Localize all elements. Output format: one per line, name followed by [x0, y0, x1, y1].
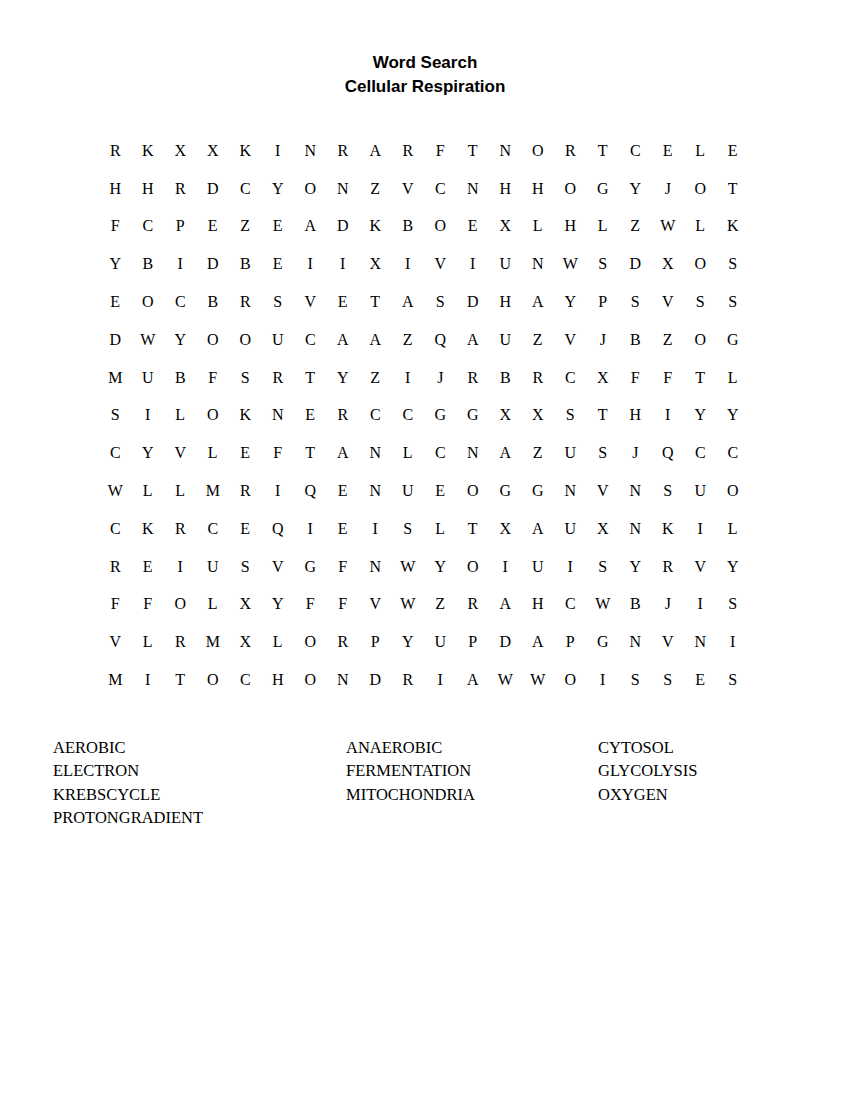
- grid-cell-r14c3: R: [164, 623, 197, 661]
- grid-cell-r8c15: S: [554, 397, 587, 435]
- grid-cell-r8c19: Y: [684, 397, 717, 435]
- grid-cell-r3c9: K: [359, 208, 392, 246]
- grid-cell-r10c3: L: [164, 472, 197, 510]
- grid-cell-r6c16: J: [587, 321, 620, 359]
- grid-cell-r9c13: A: [489, 434, 522, 472]
- grid-cell-r6c13: U: [489, 321, 522, 359]
- grid-cell-r8c6: N: [262, 397, 295, 435]
- grid-cell-r5c19: S: [684, 283, 717, 321]
- grid-cell-r12c10: W: [392, 548, 425, 586]
- grid-cell-r3c4: E: [197, 208, 230, 246]
- grid-cell-r4c13: U: [489, 245, 522, 283]
- grid-cell-r10c7: Q: [294, 472, 327, 510]
- grid-cell-r6c20: G: [717, 321, 750, 359]
- grid-cell-r1c12: T: [457, 132, 490, 170]
- grid-cell-r8c3: L: [164, 397, 197, 435]
- grid-cell-r1c6: I: [262, 132, 295, 170]
- grid-cell-r15c6: H: [262, 661, 295, 699]
- grid-cell-r5c14: A: [522, 283, 555, 321]
- grid-cell-r9c18: Q: [652, 434, 685, 472]
- grid-cell-r10c1: W: [99, 472, 132, 510]
- grid-cell-r11c8: E: [327, 510, 360, 548]
- grid-cell-r1c15: R: [554, 132, 587, 170]
- grid-cell-r12c19: V: [684, 548, 717, 586]
- grid-cell-r2c3: R: [164, 170, 197, 208]
- grid-cell-r3c13: X: [489, 208, 522, 246]
- grid-cell-r5c20: S: [717, 283, 750, 321]
- grid-cell-r15c18: S: [652, 661, 685, 699]
- grid-cell-r6c4: O: [197, 321, 230, 359]
- grid-cell-r2c9: Z: [359, 170, 392, 208]
- title-line-1: Word Search: [0, 51, 850, 75]
- grid-cell-r11c4: C: [197, 510, 230, 548]
- grid-cell-r8c10: C: [392, 397, 425, 435]
- grid-cell-r10c13: G: [489, 472, 522, 510]
- grid-cell-r14c18: V: [652, 623, 685, 661]
- grid-cell-r9c17: J: [619, 434, 652, 472]
- grid-cell-r1c17: C: [619, 132, 652, 170]
- grid-cell-r5c6: S: [262, 283, 295, 321]
- grid-cell-r7c3: B: [164, 359, 197, 397]
- grid-cell-r1c19: L: [684, 132, 717, 170]
- grid-cell-r5c4: B: [197, 283, 230, 321]
- grid-cell-r5c7: V: [294, 283, 327, 321]
- grid-cell-r10c17: N: [619, 472, 652, 510]
- grid-cell-r2c10: V: [392, 170, 425, 208]
- grid-cell-r10c10: U: [392, 472, 425, 510]
- grid-cell-r9c6: F: [262, 434, 295, 472]
- grid-cell-r14c11: U: [424, 623, 457, 661]
- grid-cell-r13c15: C: [554, 586, 587, 624]
- grid-cell-r14c20: I: [717, 623, 750, 661]
- grid-cell-r6c18: Z: [652, 321, 685, 359]
- grid-cell-r8c9: C: [359, 397, 392, 435]
- grid-cell-r12c3: I: [164, 548, 197, 586]
- grid-cell-r9c1: C: [99, 434, 132, 472]
- grid-cell-r9c20: C: [717, 434, 750, 472]
- grid-cell-r11c9: I: [359, 510, 392, 548]
- grid-cell-r7c16: X: [587, 359, 620, 397]
- grid-cell-r1c11: F: [424, 132, 457, 170]
- grid-cell-r1c8: R: [327, 132, 360, 170]
- grid-cell-r12c13: I: [489, 548, 522, 586]
- grid-cell-r9c11: C: [424, 434, 457, 472]
- grid-cell-r11c6: Q: [262, 510, 295, 548]
- grid-cell-r4c19: O: [684, 245, 717, 283]
- grid-cell-r2c18: J: [652, 170, 685, 208]
- word-list-item: ANAEROBIC: [346, 736, 475, 759]
- grid-cell-r1c18: E: [652, 132, 685, 170]
- grid-cell-r15c13: W: [489, 661, 522, 699]
- grid-cell-r13c16: W: [587, 586, 620, 624]
- grid-cell-r4c15: W: [554, 245, 587, 283]
- grid-cell-r9c8: A: [327, 434, 360, 472]
- grid-cell-r1c20: E: [717, 132, 750, 170]
- page-title: Word Search Cellular Respiration: [0, 51, 850, 99]
- grid-cell-r8c14: X: [522, 397, 555, 435]
- grid-cell-r8c8: R: [327, 397, 360, 435]
- grid-cell-r1c2: K: [132, 132, 165, 170]
- grid-cell-r12c14: U: [522, 548, 555, 586]
- grid-cell-r4c6: E: [262, 245, 295, 283]
- grid-cell-r13c3: O: [164, 586, 197, 624]
- grid-cell-r6c3: Y: [164, 321, 197, 359]
- grid-cell-r5c12: D: [457, 283, 490, 321]
- grid-cell-r1c7: N: [294, 132, 327, 170]
- grid-cell-r14c10: Y: [392, 623, 425, 661]
- grid-cell-r6c5: O: [229, 321, 262, 359]
- grid-cell-r4c2: B: [132, 245, 165, 283]
- grid-cell-r3c10: B: [392, 208, 425, 246]
- grid-cell-r11c17: N: [619, 510, 652, 548]
- grid-cell-r8c5: K: [229, 397, 262, 435]
- grid-cell-r7c1: M: [99, 359, 132, 397]
- grid-cell-r7c5: S: [229, 359, 262, 397]
- grid-cell-r15c10: R: [392, 661, 425, 699]
- grid-cell-r11c19: I: [684, 510, 717, 548]
- grid-cell-r8c12: G: [457, 397, 490, 435]
- grid-cell-r7c8: Y: [327, 359, 360, 397]
- grid-cell-r1c14: O: [522, 132, 555, 170]
- grid-cell-r2c8: N: [327, 170, 360, 208]
- grid-cell-r6c2: W: [132, 321, 165, 359]
- grid-cell-r7c7: T: [294, 359, 327, 397]
- grid-cell-r11c20: L: [717, 510, 750, 548]
- grid-cell-r1c10: R: [392, 132, 425, 170]
- grid-cell-r12c1: R: [99, 548, 132, 586]
- grid-cell-r2c6: Y: [262, 170, 295, 208]
- grid-cell-r13c6: Y: [262, 586, 295, 624]
- grid-cell-r5c16: P: [587, 283, 620, 321]
- grid-cell-r3c14: L: [522, 208, 555, 246]
- grid-cell-r2c19: O: [684, 170, 717, 208]
- grid-cell-r12c16: S: [587, 548, 620, 586]
- grid-cell-r9c15: U: [554, 434, 587, 472]
- grid-cell-r4c10: I: [392, 245, 425, 283]
- grid-cell-r4c9: X: [359, 245, 392, 283]
- grid-cell-r2c16: G: [587, 170, 620, 208]
- grid-cell-r8c16: T: [587, 397, 620, 435]
- grid-cell-r10c14: G: [522, 472, 555, 510]
- grid-cell-r7c9: Z: [359, 359, 392, 397]
- grid-cell-r7c20: L: [717, 359, 750, 397]
- grid-cell-r6c9: A: [359, 321, 392, 359]
- word-list-column-2: ANAEROBICFERMENTATIONMITOCHONDRIA: [346, 736, 475, 806]
- grid-cell-r8c1: S: [99, 397, 132, 435]
- grid-cell-r3c17: Z: [619, 208, 652, 246]
- grid-cell-r7c14: R: [522, 359, 555, 397]
- grid-cell-r3c16: L: [587, 208, 620, 246]
- word-list-item: CYTOSOL: [598, 736, 697, 759]
- grid-cell-r7c13: B: [489, 359, 522, 397]
- grid-cell-r7c2: U: [132, 359, 165, 397]
- grid-cell-r11c14: A: [522, 510, 555, 548]
- word-list-item: OXYGEN: [598, 783, 697, 806]
- grid-cell-r3c20: K: [717, 208, 750, 246]
- grid-cell-r7c11: J: [424, 359, 457, 397]
- grid-cell-r7c18: F: [652, 359, 685, 397]
- grid-cell-r2c12: N: [457, 170, 490, 208]
- word-list-item: PROTONGRADIENT: [53, 806, 203, 829]
- grid-cell-r15c11: I: [424, 661, 457, 699]
- grid-cell-r13c11: Z: [424, 586, 457, 624]
- grid-cell-r15c17: S: [619, 661, 652, 699]
- grid-cell-r12c11: Y: [424, 548, 457, 586]
- grid-cell-r1c1: R: [99, 132, 132, 170]
- word-list-item: AEROBIC: [53, 736, 203, 759]
- grid-cell-r10c20: O: [717, 472, 750, 510]
- grid-cell-r5c10: A: [392, 283, 425, 321]
- grid-cell-r13c2: F: [132, 586, 165, 624]
- grid-cell-r10c18: S: [652, 472, 685, 510]
- grid-cell-r14c14: A: [522, 623, 555, 661]
- word-list-item: GLYCOLYSIS: [598, 759, 697, 782]
- grid-cell-r6c17: B: [619, 321, 652, 359]
- grid-cell-r13c13: A: [489, 586, 522, 624]
- grid-cell-r12c17: Y: [619, 548, 652, 586]
- grid-cell-r11c12: T: [457, 510, 490, 548]
- grid-cell-r7c15: C: [554, 359, 587, 397]
- grid-cell-r15c14: W: [522, 661, 555, 699]
- grid-cell-r10c19: U: [684, 472, 717, 510]
- grid-cell-r6c7: C: [294, 321, 327, 359]
- grid-cell-r10c2: L: [132, 472, 165, 510]
- grid-cell-r14c6: L: [262, 623, 295, 661]
- grid-cell-r4c20: S: [717, 245, 750, 283]
- word-list-column-3: CYTOSOLGLYCOLYSISOXYGEN: [598, 736, 697, 806]
- grid-cell-r15c8: N: [327, 661, 360, 699]
- grid-cell-r6c15: V: [554, 321, 587, 359]
- grid-cell-r10c16: V: [587, 472, 620, 510]
- grid-cell-r8c2: I: [132, 397, 165, 435]
- grid-cell-r7c10: I: [392, 359, 425, 397]
- grid-cell-r2c20: T: [717, 170, 750, 208]
- grid-cell-r6c1: D: [99, 321, 132, 359]
- grid-cell-r12c12: O: [457, 548, 490, 586]
- grid-cell-r4c14: N: [522, 245, 555, 283]
- grid-cell-r3c7: A: [294, 208, 327, 246]
- grid-cell-r12c5: S: [229, 548, 262, 586]
- grid-cell-r14c16: G: [587, 623, 620, 661]
- grid-cell-r5c11: S: [424, 283, 457, 321]
- grid-cell-r11c2: K: [132, 510, 165, 548]
- grid-cell-r9c3: V: [164, 434, 197, 472]
- grid-cell-r4c1: Y: [99, 245, 132, 283]
- grid-cell-r15c12: A: [457, 661, 490, 699]
- word-list-item: ELECTRON: [53, 759, 203, 782]
- grid-cell-r1c16: T: [587, 132, 620, 170]
- grid-cell-r2c17: Y: [619, 170, 652, 208]
- grid-cell-r12c6: V: [262, 548, 295, 586]
- grid-cell-r1c9: A: [359, 132, 392, 170]
- grid-cell-r13c20: S: [717, 586, 750, 624]
- grid-cell-r9c10: L: [392, 434, 425, 472]
- grid-cell-r2c7: O: [294, 170, 327, 208]
- grid-cell-r7c6: R: [262, 359, 295, 397]
- grid-cell-r9c14: Z: [522, 434, 555, 472]
- grid-cell-r9c19: C: [684, 434, 717, 472]
- grid-cell-r13c14: H: [522, 586, 555, 624]
- grid-cell-r9c16: S: [587, 434, 620, 472]
- grid-cell-r6c14: Z: [522, 321, 555, 359]
- grid-cell-r10c11: E: [424, 472, 457, 510]
- grid-cell-r7c17: F: [619, 359, 652, 397]
- grid-cell-r14c4: M: [197, 623, 230, 661]
- grid-cell-r6c12: A: [457, 321, 490, 359]
- grid-cell-r10c5: R: [229, 472, 262, 510]
- grid-cell-r15c4: O: [197, 661, 230, 699]
- grid-cell-r5c2: O: [132, 283, 165, 321]
- grid-cell-r12c7: G: [294, 548, 327, 586]
- grid-cell-r8c18: I: [652, 397, 685, 435]
- grid-cell-r14c12: P: [457, 623, 490, 661]
- grid-cell-r2c2: H: [132, 170, 165, 208]
- grid-cell-r13c12: R: [457, 586, 490, 624]
- grid-cell-r8c11: G: [424, 397, 457, 435]
- grid-cell-r4c7: I: [294, 245, 327, 283]
- grid-cell-r8c20: Y: [717, 397, 750, 435]
- grid-cell-r13c19: I: [684, 586, 717, 624]
- grid-cell-r9c9: N: [359, 434, 392, 472]
- grid-cell-r4c17: D: [619, 245, 652, 283]
- grid-cell-r13c18: J: [652, 586, 685, 624]
- word-list-item: MITOCHONDRIA: [346, 783, 475, 806]
- grid-cell-r11c10: S: [392, 510, 425, 548]
- grid-cell-r14c13: D: [489, 623, 522, 661]
- grid-cell-r10c9: N: [359, 472, 392, 510]
- grid-cell-r3c5: Z: [229, 208, 262, 246]
- grid-cell-r13c10: W: [392, 586, 425, 624]
- grid-cell-r1c13: N: [489, 132, 522, 170]
- grid-cell-r3c3: P: [164, 208, 197, 246]
- grid-cell-r13c17: B: [619, 586, 652, 624]
- grid-cell-r14c2: L: [132, 623, 165, 661]
- grid-cell-r5c18: V: [652, 283, 685, 321]
- grid-cell-r4c4: D: [197, 245, 230, 283]
- grid-cell-r3c11: O: [424, 208, 457, 246]
- grid-cell-r2c11: C: [424, 170, 457, 208]
- grid-cell-r12c8: F: [327, 548, 360, 586]
- grid-cell-r15c3: T: [164, 661, 197, 699]
- grid-cell-r12c4: U: [197, 548, 230, 586]
- grid-cell-r14c17: N: [619, 623, 652, 661]
- grid-cell-r4c18: X: [652, 245, 685, 283]
- grid-cell-r14c15: P: [554, 623, 587, 661]
- grid-cell-r15c15: O: [554, 661, 587, 699]
- grid-cell-r7c4: F: [197, 359, 230, 397]
- word-list: AEROBICELECTRONKREBSCYCLEPROTONGRADIENTA…: [0, 736, 850, 846]
- grid-cell-r8c7: E: [294, 397, 327, 435]
- grid-cell-r8c17: H: [619, 397, 652, 435]
- grid-cell-r11c1: C: [99, 510, 132, 548]
- grid-cell-r12c15: I: [554, 548, 587, 586]
- grid-cell-r2c1: H: [99, 170, 132, 208]
- worksheet-page: Word Search Cellular Respiration RKXXKIN…: [0, 0, 850, 1100]
- grid-cell-r5c1: E: [99, 283, 132, 321]
- grid-cell-r14c7: O: [294, 623, 327, 661]
- grid-cell-r7c19: T: [684, 359, 717, 397]
- grid-cell-r3c12: E: [457, 208, 490, 246]
- grid-cell-r1c3: X: [164, 132, 197, 170]
- grid-cell-r3c18: W: [652, 208, 685, 246]
- grid-cell-r5c9: T: [359, 283, 392, 321]
- word-list-item: KREBSCYCLE: [53, 783, 203, 806]
- grid-cell-r15c1: M: [99, 661, 132, 699]
- grid-cell-r4c16: S: [587, 245, 620, 283]
- grid-cell-r9c12: N: [457, 434, 490, 472]
- grid-cell-r10c8: E: [327, 472, 360, 510]
- grid-cell-r7c12: R: [457, 359, 490, 397]
- grid-cell-r10c15: N: [554, 472, 587, 510]
- grid-cell-r13c5: X: [229, 586, 262, 624]
- grid-cell-r4c12: I: [457, 245, 490, 283]
- word-list-column-1: AEROBICELECTRONKREBSCYCLEPROTONGRADIENT: [53, 736, 203, 830]
- grid-cell-r15c2: I: [132, 661, 165, 699]
- grid-cell-r3c15: H: [554, 208, 587, 246]
- grid-cell-r3c19: L: [684, 208, 717, 246]
- grid-cell-r8c13: X: [489, 397, 522, 435]
- grid-cell-r5c5: R: [229, 283, 262, 321]
- grid-cell-r5c17: S: [619, 283, 652, 321]
- grid-cell-r14c5: X: [229, 623, 262, 661]
- grid-cell-r13c1: F: [99, 586, 132, 624]
- grid-cell-r1c5: K: [229, 132, 262, 170]
- grid-cell-r11c5: E: [229, 510, 262, 548]
- grid-cell-r15c7: O: [294, 661, 327, 699]
- grid-cell-r2c4: D: [197, 170, 230, 208]
- grid-cell-r5c13: H: [489, 283, 522, 321]
- grid-cell-r5c8: E: [327, 283, 360, 321]
- grid-cell-r6c10: Z: [392, 321, 425, 359]
- grid-cell-r14c1: V: [99, 623, 132, 661]
- grid-cell-r10c6: I: [262, 472, 295, 510]
- grid-cell-r9c5: E: [229, 434, 262, 472]
- grid-cell-r2c14: H: [522, 170, 555, 208]
- grid-cell-r12c18: R: [652, 548, 685, 586]
- grid-cell-r4c11: V: [424, 245, 457, 283]
- grid-cell-r4c3: I: [164, 245, 197, 283]
- grid-cell-r1c4: X: [197, 132, 230, 170]
- grid-cell-r6c6: U: [262, 321, 295, 359]
- grid-cell-r11c18: K: [652, 510, 685, 548]
- grid-cell-r3c8: D: [327, 208, 360, 246]
- grid-cell-r10c4: M: [197, 472, 230, 510]
- grid-cell-r15c9: D: [359, 661, 392, 699]
- title-line-2: Cellular Respiration: [0, 75, 850, 99]
- grid-cell-r13c8: F: [327, 586, 360, 624]
- grid-cell-r6c19: O: [684, 321, 717, 359]
- grid-cell-r5c3: C: [164, 283, 197, 321]
- grid-cell-r10c12: O: [457, 472, 490, 510]
- grid-cell-r6c11: Q: [424, 321, 457, 359]
- word-list-item: FERMENTATION: [346, 759, 475, 782]
- grid-cell-r9c4: L: [197, 434, 230, 472]
- grid-cell-r3c6: E: [262, 208, 295, 246]
- grid-cell-r11c7: I: [294, 510, 327, 548]
- grid-cell-r14c19: N: [684, 623, 717, 661]
- grid-cell-r13c4: L: [197, 586, 230, 624]
- grid-cell-r6c8: A: [327, 321, 360, 359]
- grid-cell-r11c13: X: [489, 510, 522, 548]
- grid-cell-r11c11: L: [424, 510, 457, 548]
- word-search-grid: RKXXKINRARFTNORTCELEHHRDCYONZVCNHHOGYJOT…: [99, 132, 749, 699]
- grid-cell-r12c9: N: [359, 548, 392, 586]
- grid-cell-r12c2: E: [132, 548, 165, 586]
- grid-cell-r3c1: F: [99, 208, 132, 246]
- grid-cell-r4c5: B: [229, 245, 262, 283]
- grid-cell-r2c15: O: [554, 170, 587, 208]
- grid-cell-r13c9: V: [359, 586, 392, 624]
